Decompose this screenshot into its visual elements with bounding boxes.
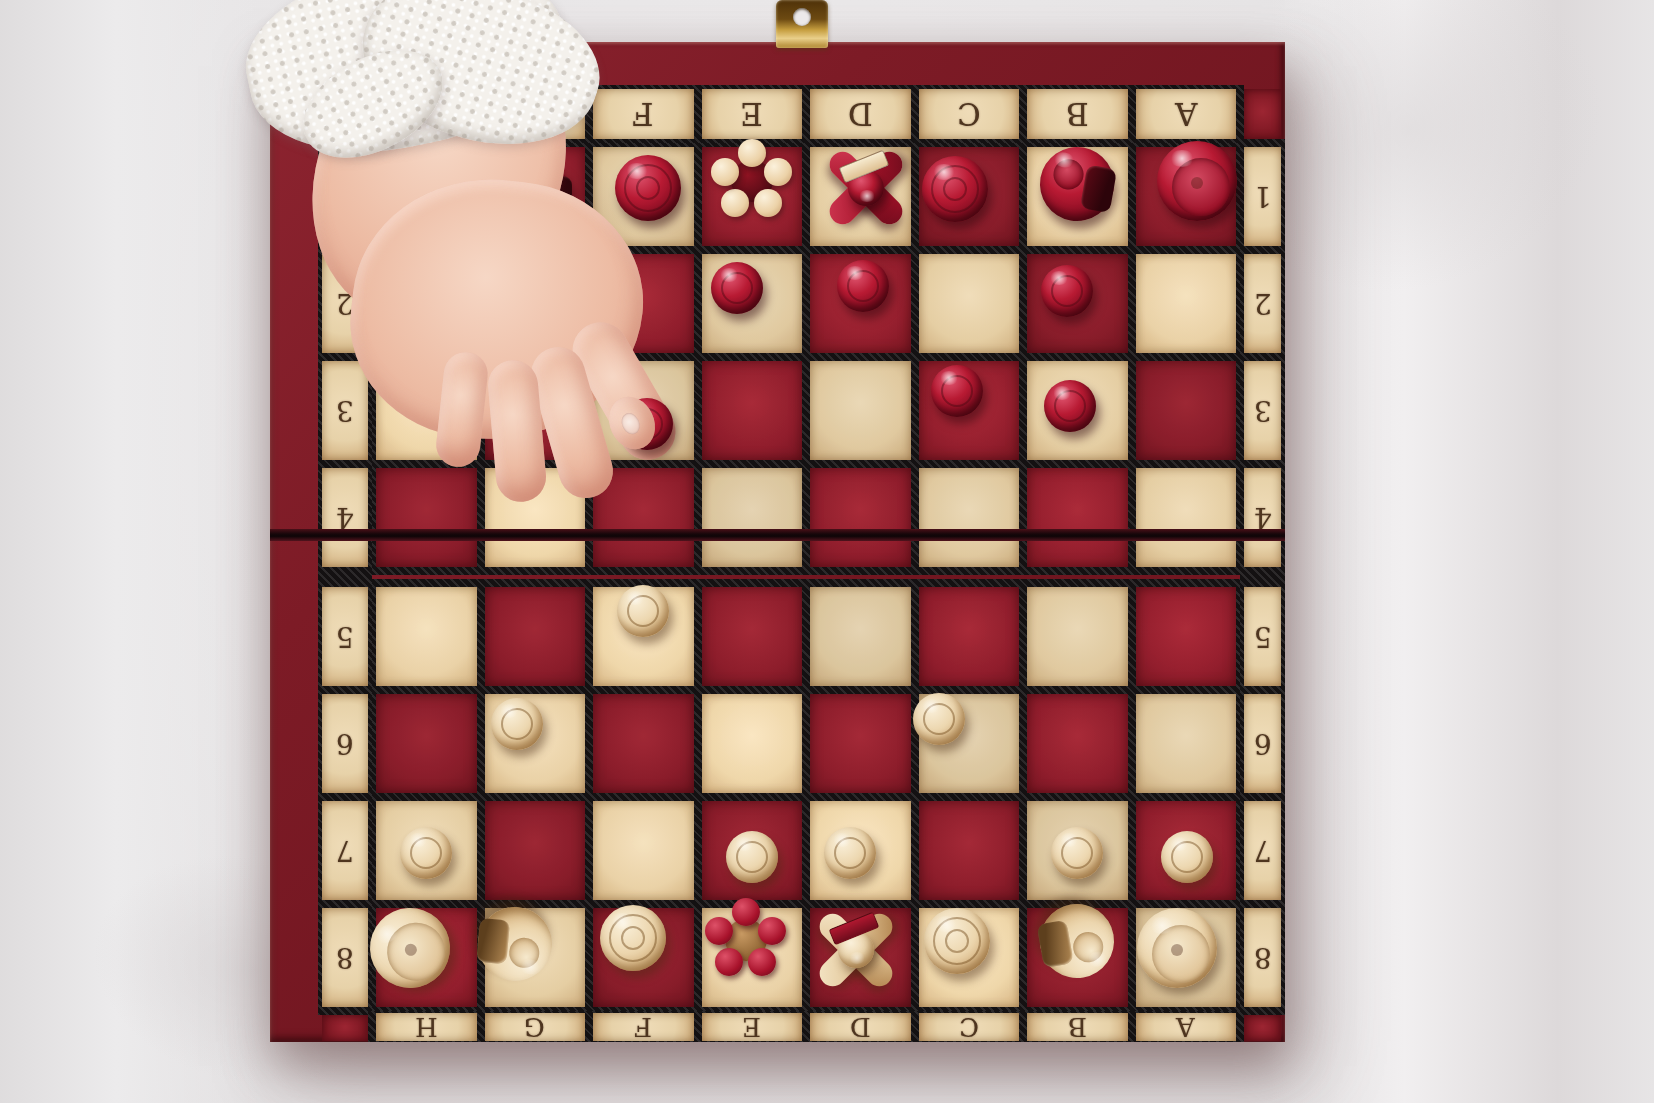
file-label-bottom: A [1136, 1013, 1237, 1041]
board-fold-seam [270, 529, 1285, 541]
king-crown-ball [748, 948, 776, 976]
file-label-text: G [524, 1012, 545, 1042]
file-label-text: D [850, 1012, 871, 1042]
square-e3[interactable] [702, 361, 803, 460]
fabric-fold-left [0, 0, 260, 1103]
square-b5[interactable] [1027, 587, 1128, 686]
specular-highlight [832, 833, 852, 847]
rank-label-right: 2 [1244, 254, 1281, 353]
piece-cream-pawn-f5[interactable] [617, 585, 669, 637]
piece-cream-knight-b8[interactable] [1034, 898, 1120, 984]
square-g5[interactable] [485, 587, 586, 686]
rank-label-text: 2 [1254, 287, 1272, 320]
king-crown-ball [715, 948, 743, 976]
square-g7[interactable] [485, 801, 586, 900]
square-d5[interactable] [810, 587, 911, 686]
king-crown-ball [732, 898, 760, 926]
king-crown-ball [705, 917, 733, 945]
king-crown-ball [711, 158, 739, 186]
rank-label-text: 6 [336, 727, 354, 760]
rook-center [1171, 944, 1183, 956]
file-label-text: F [634, 1012, 652, 1042]
rank-label-left: 7 [322, 801, 368, 900]
piece-cream-bishop-f8[interactable] [600, 905, 666, 971]
border-corner [322, 1015, 368, 1041]
border-corner [1244, 89, 1281, 139]
fingernail [618, 410, 643, 437]
square-h6[interactable] [376, 694, 477, 793]
specular-highlight [719, 268, 739, 282]
square-f6[interactable] [593, 694, 694, 793]
specular-highlight [934, 916, 958, 932]
bishop-inner-ring [945, 929, 969, 953]
piece-red-bishop-c1[interactable] [922, 156, 988, 222]
file-label-bottom: H [376, 1013, 477, 1041]
file-label-text: H [415, 1012, 438, 1042]
rank-label-right: 5 [1244, 587, 1281, 686]
piece-cream-pawn-e7[interactable] [726, 831, 778, 883]
specular-highlight [1059, 833, 1079, 847]
file-label-text: B [1066, 96, 1089, 132]
square-d6[interactable] [810, 694, 911, 793]
square-b4[interactable] [1027, 468, 1128, 567]
file-label-top: E [702, 89, 803, 139]
piece-red-king-e1[interactable] [709, 138, 795, 224]
square-a6[interactable] [1136, 694, 1237, 793]
square-d4[interactable] [810, 468, 911, 567]
piece-red-pawn-e2[interactable] [711, 262, 763, 314]
file-label-text: E [740, 96, 763, 132]
piece-red-rook-a1[interactable] [1157, 141, 1237, 221]
rank-label-text: 7 [336, 834, 354, 867]
specular-highlight [408, 833, 428, 847]
specular-highlight [921, 699, 941, 713]
file-label-bottom: B [1027, 1013, 1128, 1041]
file-label-bottom: C [919, 1013, 1020, 1041]
square-a2[interactable] [1136, 254, 1237, 353]
piece-cream-pawn-c6[interactable] [913, 693, 965, 745]
file-label-text: E [742, 1012, 761, 1042]
specular-highlight [1049, 271, 1069, 285]
square-b6[interactable] [1027, 694, 1128, 793]
piece-red-pawn-d2[interactable] [837, 260, 889, 312]
square-c7[interactable] [919, 801, 1020, 900]
clasp-hole [793, 8, 811, 26]
rank-label-left: 4 [322, 468, 368, 567]
square-c4[interactable] [919, 468, 1020, 567]
square-c2[interactable] [919, 254, 1020, 353]
piece-cream-pawn-g6[interactable] [491, 698, 543, 750]
specular-highlight [1169, 150, 1195, 167]
square-d3[interactable] [810, 361, 911, 460]
rank-label-right: 8 [1244, 908, 1281, 1007]
knight-notch [476, 917, 510, 963]
file-label-text: A [1175, 96, 1197, 132]
piece-red-pawn-b3[interactable] [1044, 380, 1096, 432]
specular-highlight [1169, 837, 1189, 851]
specular-highlight [625, 591, 645, 605]
fabric-fold-right [1270, 0, 1654, 1103]
rank-label-text: 5 [1254, 620, 1272, 653]
specular-highlight [1149, 917, 1175, 934]
file-label-text: C [959, 1012, 979, 1042]
file-label-bottom: D [810, 1013, 911, 1041]
specular-highlight [1052, 386, 1072, 400]
rank-label-right: 3 [1244, 361, 1281, 460]
square-e4[interactable] [702, 468, 803, 567]
rank-label-text: 3 [1254, 394, 1272, 427]
rank-label-right: 7 [1244, 801, 1281, 900]
square-f7[interactable] [593, 801, 694, 900]
square-c5[interactable] [919, 587, 1020, 686]
piece-cream-king-e8[interactable] [703, 897, 789, 983]
piece-cream-pawn-b7[interactable] [1051, 827, 1103, 879]
specular-highlight [858, 190, 876, 202]
square-h5[interactable] [376, 587, 477, 686]
square-e5[interactable] [702, 587, 803, 686]
piece-cream-bishop-c8[interactable] [924, 908, 990, 974]
rank-label-left: 5 [322, 587, 368, 686]
rank-label-text: 7 [1254, 834, 1272, 867]
piece-red-pawn-b2[interactable] [1041, 265, 1093, 317]
piece-cream-pawn-a7[interactable] [1161, 831, 1213, 883]
file-label-text: C [957, 96, 981, 132]
specular-highlight [939, 371, 959, 385]
file-label-text: D [848, 96, 873, 132]
king-crown-ball [758, 917, 786, 945]
piece-cream-pawn-h7[interactable] [400, 827, 452, 879]
specular-highlight [610, 913, 634, 929]
king-crown-ball [738, 139, 766, 167]
king-crown-ball [721, 189, 749, 217]
file-label-bottom: E [702, 1013, 803, 1041]
bishop-inner-ring [943, 177, 967, 201]
piece-cream-pawn-d7[interactable] [824, 827, 876, 879]
rank-label-right: 1 [1244, 147, 1281, 246]
bishop-inner-ring [621, 926, 645, 950]
rank-label-text: 8 [1254, 941, 1272, 974]
piece-red-pawn-c3[interactable] [931, 365, 983, 417]
specular-highlight [845, 266, 865, 280]
square-a4[interactable] [1136, 468, 1237, 567]
rank-label-text: 5 [336, 620, 354, 653]
rook-center [1191, 177, 1203, 189]
photo-scene: HHGGFFEEDDCCBBAA1122334455667788 [0, 0, 1654, 1103]
piece-red-queen-d1[interactable] [820, 142, 912, 234]
file-label-top: A [1136, 89, 1237, 139]
brass-clasp-icon [776, 0, 828, 48]
rank-label-left: 8 [322, 908, 368, 1007]
file-label-bottom: G [485, 1013, 586, 1041]
file-label-text: B [1068, 1012, 1087, 1042]
specular-highlight [932, 164, 956, 180]
rank-label-right: 4 [1244, 468, 1281, 567]
specular-highlight [734, 837, 754, 851]
piece-cream-knight-g8[interactable] [475, 903, 555, 983]
piece-red-knight-b1[interactable] [1034, 141, 1120, 227]
piece-cream-rook-a8[interactable] [1137, 908, 1217, 988]
file-label-top: D [810, 89, 911, 139]
piece-cream-queen-d8[interactable] [810, 904, 902, 996]
border-corner [1244, 1015, 1281, 1041]
file-label-bottom: F [593, 1013, 694, 1041]
rank-label-text: 8 [336, 941, 354, 974]
file-label-top: B [1027, 89, 1128, 139]
square-a3[interactable] [1136, 361, 1237, 460]
specular-highlight [848, 952, 866, 964]
rank-label-right: 6 [1244, 694, 1281, 793]
square-a5[interactable] [1136, 587, 1237, 686]
file-label-text: A [1176, 1012, 1195, 1042]
rank-label-text: 6 [1254, 727, 1272, 760]
file-label-top: C [919, 89, 1020, 139]
king-crown-ball [754, 189, 782, 217]
specular-highlight [499, 704, 519, 718]
rank-label-left: 6 [322, 694, 368, 793]
king-crown-ball [764, 158, 792, 186]
rank-label-text: 1 [1254, 180, 1272, 213]
square-e6[interactable] [702, 694, 803, 793]
